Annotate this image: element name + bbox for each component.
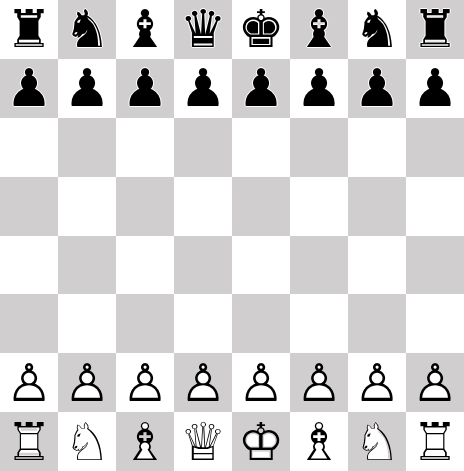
white-pawn-icon: ♙ xyxy=(174,353,232,412)
square-h6[interactable] xyxy=(406,118,464,177)
square-e2[interactable]: ♟♙ xyxy=(232,353,290,412)
white-piece-fill: ♚ xyxy=(232,412,290,471)
square-b7[interactable]: ♟ xyxy=(58,59,116,118)
black-bishop-icon: ♝ xyxy=(290,0,348,59)
white-piece-fill: ♟ xyxy=(232,353,290,412)
white-piece-fill: ♜ xyxy=(406,412,464,471)
square-h2[interactable]: ♟♙ xyxy=(406,353,464,412)
square-e4[interactable] xyxy=(232,236,290,295)
black-pawn-icon: ♟ xyxy=(58,59,116,118)
white-piece-fill: ♞ xyxy=(58,412,116,471)
white-piece-fill: ♝ xyxy=(116,412,174,471)
black-knight-icon: ♞ xyxy=(58,0,116,59)
white-piece-fill: ♟ xyxy=(116,353,174,412)
square-c6[interactable] xyxy=(116,118,174,177)
square-b6[interactable] xyxy=(58,118,116,177)
square-c5[interactable] xyxy=(116,177,174,236)
square-d1[interactable]: ♛♕ xyxy=(174,412,232,471)
square-b1[interactable]: ♞♘ xyxy=(58,412,116,471)
square-a1[interactable]: ♜♖ xyxy=(0,412,58,471)
square-b3[interactable] xyxy=(58,294,116,353)
square-h8[interactable]: ♜ xyxy=(406,0,464,59)
square-d2[interactable]: ♟♙ xyxy=(174,353,232,412)
white-knight-icon: ♘ xyxy=(58,412,116,471)
chess-board: ♜♞♝♛♚♝♞♜♟♟♟♟♟♟♟♟♟♙♟♙♟♙♟♙♟♙♟♙♟♙♟♙♜♖♞♘♝♗♛♕… xyxy=(0,0,464,471)
black-pawn-icon: ♟ xyxy=(0,59,58,118)
square-d7[interactable]: ♟ xyxy=(174,59,232,118)
square-h1[interactable]: ♜♖ xyxy=(406,412,464,471)
square-f5[interactable] xyxy=(290,177,348,236)
square-f3[interactable] xyxy=(290,294,348,353)
square-f7[interactable]: ♟ xyxy=(290,59,348,118)
white-piece-fill: ♛ xyxy=(174,412,232,471)
square-d6[interactable] xyxy=(174,118,232,177)
white-pawn-icon: ♙ xyxy=(116,353,174,412)
square-f1[interactable]: ♝♗ xyxy=(290,412,348,471)
square-a4[interactable] xyxy=(0,236,58,295)
square-e5[interactable] xyxy=(232,177,290,236)
square-f8[interactable]: ♝ xyxy=(290,0,348,59)
square-g1[interactable]: ♞♘ xyxy=(348,412,406,471)
white-bishop-icon: ♗ xyxy=(290,412,348,471)
black-rook-icon: ♜ xyxy=(406,0,464,59)
square-b4[interactable] xyxy=(58,236,116,295)
white-knight-icon: ♘ xyxy=(348,412,406,471)
square-e6[interactable] xyxy=(232,118,290,177)
square-h7[interactable]: ♟ xyxy=(406,59,464,118)
white-piece-fill: ♟ xyxy=(290,353,348,412)
white-queen-icon: ♕ xyxy=(174,412,232,471)
square-g4[interactable] xyxy=(348,236,406,295)
black-pawn-icon: ♟ xyxy=(290,59,348,118)
square-e3[interactable] xyxy=(232,294,290,353)
white-bishop-icon: ♗ xyxy=(116,412,174,471)
square-c1[interactable]: ♝♗ xyxy=(116,412,174,471)
white-piece-fill: ♟ xyxy=(406,353,464,412)
square-e8[interactable]: ♚ xyxy=(232,0,290,59)
square-f2[interactable]: ♟♙ xyxy=(290,353,348,412)
black-knight-icon: ♞ xyxy=(348,0,406,59)
black-bishop-icon: ♝ xyxy=(116,0,174,59)
square-b2[interactable]: ♟♙ xyxy=(58,353,116,412)
square-b5[interactable] xyxy=(58,177,116,236)
square-e1[interactable]: ♚♔ xyxy=(232,412,290,471)
square-c3[interactable] xyxy=(116,294,174,353)
white-pawn-icon: ♙ xyxy=(58,353,116,412)
white-rook-icon: ♖ xyxy=(0,412,58,471)
square-d4[interactable] xyxy=(174,236,232,295)
square-f6[interactable] xyxy=(290,118,348,177)
black-pawn-icon: ♟ xyxy=(232,59,290,118)
white-pawn-icon: ♙ xyxy=(0,353,58,412)
black-queen-icon: ♛ xyxy=(174,0,232,59)
square-g7[interactable]: ♟ xyxy=(348,59,406,118)
square-h3[interactable] xyxy=(406,294,464,353)
square-g2[interactable]: ♟♙ xyxy=(348,353,406,412)
black-king-icon: ♚ xyxy=(232,0,290,59)
square-c4[interactable] xyxy=(116,236,174,295)
white-rook-icon: ♖ xyxy=(406,412,464,471)
square-g5[interactable] xyxy=(348,177,406,236)
white-piece-fill: ♟ xyxy=(174,353,232,412)
square-a7[interactable]: ♟ xyxy=(0,59,58,118)
black-pawn-icon: ♟ xyxy=(116,59,174,118)
square-g3[interactable] xyxy=(348,294,406,353)
black-rook-icon: ♜ xyxy=(0,0,58,59)
white-piece-fill: ♜ xyxy=(0,412,58,471)
square-a5[interactable] xyxy=(0,177,58,236)
square-d3[interactable] xyxy=(174,294,232,353)
white-pawn-icon: ♙ xyxy=(406,353,464,412)
square-c2[interactable]: ♟♙ xyxy=(116,353,174,412)
white-piece-fill: ♟ xyxy=(58,353,116,412)
square-a2[interactable]: ♟♙ xyxy=(0,353,58,412)
square-b8[interactable]: ♞ xyxy=(58,0,116,59)
square-c8[interactable]: ♝ xyxy=(116,0,174,59)
white-pawn-icon: ♙ xyxy=(348,353,406,412)
white-piece-fill: ♝ xyxy=(290,412,348,471)
square-g6[interactable] xyxy=(348,118,406,177)
square-f4[interactable] xyxy=(290,236,348,295)
square-a6[interactable] xyxy=(0,118,58,177)
square-h5[interactable] xyxy=(406,177,464,236)
white-piece-fill: ♟ xyxy=(0,353,58,412)
black-pawn-icon: ♟ xyxy=(174,59,232,118)
square-c7[interactable]: ♟ xyxy=(116,59,174,118)
white-piece-fill: ♞ xyxy=(348,412,406,471)
square-a8[interactable]: ♜ xyxy=(0,0,58,59)
square-a3[interactable] xyxy=(0,294,58,353)
square-h4[interactable] xyxy=(406,236,464,295)
white-king-icon: ♔ xyxy=(232,412,290,471)
square-d8[interactable]: ♛ xyxy=(174,0,232,59)
square-d5[interactable] xyxy=(174,177,232,236)
white-piece-fill: ♟ xyxy=(348,353,406,412)
black-pawn-icon: ♟ xyxy=(406,59,464,118)
white-pawn-icon: ♙ xyxy=(290,353,348,412)
square-e7[interactable]: ♟ xyxy=(232,59,290,118)
black-pawn-icon: ♟ xyxy=(348,59,406,118)
square-g8[interactable]: ♞ xyxy=(348,0,406,59)
white-pawn-icon: ♙ xyxy=(232,353,290,412)
